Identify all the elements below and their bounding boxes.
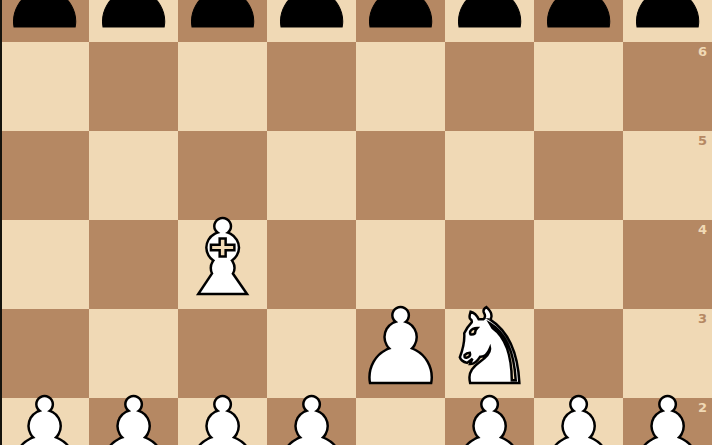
- square-f7[interactable]: ♟: [445, 0, 534, 42]
- white-pawn[interactable]: ♟: [354, 295, 447, 399]
- black-pawn[interactable]: ♟: [354, 0, 447, 43]
- square-h4[interactable]: 4: [623, 220, 712, 309]
- black-pawn[interactable]: ♟: [621, 0, 712, 43]
- square-a6[interactable]: [0, 42, 89, 131]
- white-bishop[interactable]: ♝: [176, 206, 269, 310]
- square-c4[interactable]: ♝: [178, 220, 267, 309]
- rank-coordinate-6: 6: [698, 45, 707, 58]
- square-g4[interactable]: [534, 220, 623, 309]
- square-e5[interactable]: [356, 131, 445, 220]
- square-e6[interactable]: [356, 42, 445, 131]
- white-pawn[interactable]: ♟: [532, 384, 625, 445]
- square-g7[interactable]: ♟: [534, 0, 623, 42]
- square-g5[interactable]: [534, 131, 623, 220]
- rank-coordinate-5: 5: [698, 134, 707, 147]
- black-pawn[interactable]: ♟: [265, 0, 358, 43]
- square-b2[interactable]: ♟: [89, 398, 178, 445]
- square-f5[interactable]: [445, 131, 534, 220]
- black-pawn[interactable]: ♟: [0, 0, 91, 43]
- square-d5[interactable]: [267, 131, 356, 220]
- white-pawn[interactable]: ♟: [265, 384, 358, 445]
- square-g6[interactable]: [534, 42, 623, 131]
- chess-board: ♟♟♟♟♟♟♟♟65♝4♟♞3♟♟♟♟♟♟♟2: [0, 0, 712, 445]
- board-left-edge: [0, 0, 2, 445]
- square-f6[interactable]: [445, 42, 534, 131]
- square-d6[interactable]: [267, 42, 356, 131]
- black-pawn[interactable]: ♟: [443, 0, 536, 43]
- square-c6[interactable]: [178, 42, 267, 131]
- square-a7[interactable]: ♟: [0, 0, 89, 42]
- square-h2[interactable]: ♟2: [623, 398, 712, 445]
- square-h7[interactable]: ♟: [623, 0, 712, 42]
- square-d2[interactable]: ♟: [267, 398, 356, 445]
- board-grid: ♟♟♟♟♟♟♟♟65♝4♟♞3♟♟♟♟♟♟♟2: [0, 0, 712, 445]
- square-f2[interactable]: ♟: [445, 398, 534, 445]
- black-pawn[interactable]: ♟: [87, 0, 180, 43]
- square-g2[interactable]: ♟: [534, 398, 623, 445]
- square-d4[interactable]: [267, 220, 356, 309]
- square-h6[interactable]: 6: [623, 42, 712, 131]
- square-e3[interactable]: ♟: [356, 309, 445, 398]
- square-a4[interactable]: [0, 220, 89, 309]
- square-h5[interactable]: 5: [623, 131, 712, 220]
- square-e2[interactable]: [356, 398, 445, 445]
- square-b6[interactable]: [89, 42, 178, 131]
- white-pawn[interactable]: ♟: [443, 384, 536, 445]
- square-b4[interactable]: [89, 220, 178, 309]
- square-a2[interactable]: ♟: [0, 398, 89, 445]
- black-pawn[interactable]: ♟: [532, 0, 625, 43]
- square-e7[interactable]: ♟: [356, 0, 445, 42]
- square-b5[interactable]: [89, 131, 178, 220]
- rank-coordinate-3: 3: [698, 312, 707, 325]
- white-pawn[interactable]: ♟: [0, 384, 91, 445]
- rank-coordinate-2: 2: [698, 401, 707, 414]
- rank-coordinate-4: 4: [698, 223, 707, 236]
- square-a5[interactable]: [0, 131, 89, 220]
- square-d7[interactable]: ♟: [267, 0, 356, 42]
- square-c7[interactable]: ♟: [178, 0, 267, 42]
- white-pawn[interactable]: ♟: [176, 384, 269, 445]
- white-pawn[interactable]: ♟: [87, 384, 180, 445]
- black-pawn[interactable]: ♟: [176, 0, 269, 43]
- square-b7[interactable]: ♟: [89, 0, 178, 42]
- square-c2[interactable]: ♟: [178, 398, 267, 445]
